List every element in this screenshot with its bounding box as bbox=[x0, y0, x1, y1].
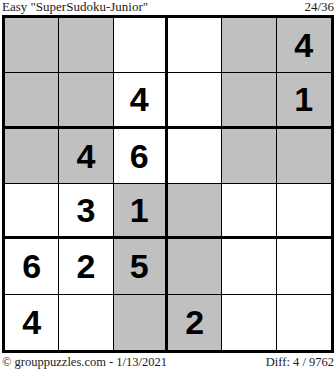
board: 441463162542 bbox=[2, 15, 334, 353]
cell-r6c6[interactable] bbox=[277, 295, 331, 350]
cell-r2c3[interactable]: 4 bbox=[114, 73, 168, 128]
cell-r6c4[interactable]: 2 bbox=[168, 295, 222, 350]
cell-r5c2[interactable]: 2 bbox=[59, 239, 113, 294]
cell-r6c5[interactable] bbox=[222, 295, 276, 350]
cell-r3c4[interactable] bbox=[168, 129, 222, 184]
cell-r2c4[interactable] bbox=[168, 73, 222, 128]
cell-r1c4[interactable] bbox=[168, 18, 222, 73]
cell-r6c3[interactable] bbox=[114, 295, 168, 350]
cell-r5c6[interactable] bbox=[277, 239, 331, 294]
puzzle-counter: 24/36 bbox=[304, 0, 334, 14]
puzzle-title: Easy "SuperSudoku-Junior" bbox=[2, 0, 148, 14]
cell-r2c5[interactable] bbox=[222, 73, 276, 128]
cell-r4c1[interactable] bbox=[5, 184, 59, 239]
cell-r4c2[interactable]: 3 bbox=[59, 184, 113, 239]
cell-r1c3[interactable] bbox=[114, 18, 168, 73]
cell-r5c1[interactable]: 6 bbox=[5, 239, 59, 294]
cell-r4c6[interactable] bbox=[277, 184, 331, 239]
puzzle-page: Easy "SuperSudoku-Junior" 24/36 44146316… bbox=[0, 0, 336, 370]
cell-r1c5[interactable] bbox=[222, 18, 276, 73]
copyright-text: © grouppuzzles.com - 1/13/2021 bbox=[2, 354, 167, 370]
cell-r3c2[interactable]: 4 bbox=[59, 129, 113, 184]
header: Easy "SuperSudoku-Junior" 24/36 bbox=[2, 0, 334, 14]
cell-r1c1[interactable] bbox=[5, 18, 59, 73]
cell-r5c3[interactable]: 5 bbox=[114, 239, 168, 294]
cell-r6c2[interactable] bbox=[59, 295, 113, 350]
cell-r1c2[interactable] bbox=[59, 18, 113, 73]
difficulty-text: Diff: 4 / 9762 bbox=[266, 354, 334, 370]
cell-r3c3[interactable]: 6 bbox=[114, 129, 168, 184]
cell-r5c5[interactable] bbox=[222, 239, 276, 294]
cell-r2c2[interactable] bbox=[59, 73, 113, 128]
cell-r4c3[interactable]: 1 bbox=[114, 184, 168, 239]
cell-r4c5[interactable] bbox=[222, 184, 276, 239]
cell-r3c6[interactable] bbox=[277, 129, 331, 184]
cell-r5c4[interactable] bbox=[168, 239, 222, 294]
cell-r2c6[interactable]: 1 bbox=[277, 73, 331, 128]
cell-r3c1[interactable] bbox=[5, 129, 59, 184]
cell-r4c4[interactable] bbox=[168, 184, 222, 239]
cell-r6c1[interactable]: 4 bbox=[5, 295, 59, 350]
cell-r1c6[interactable]: 4 bbox=[277, 18, 331, 73]
cell-r3c5[interactable] bbox=[222, 129, 276, 184]
cell-r2c1[interactable] bbox=[5, 73, 59, 128]
footer: © grouppuzzles.com - 1/13/2021 Diff: 4 /… bbox=[2, 354, 334, 370]
